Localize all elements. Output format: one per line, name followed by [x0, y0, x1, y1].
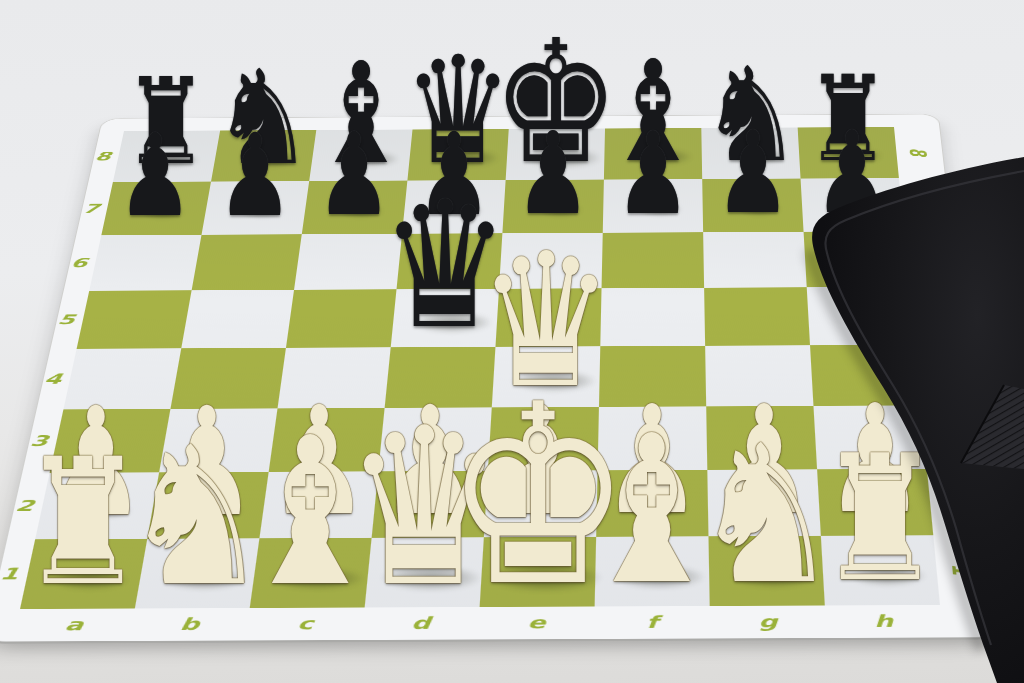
chess-bag — [0, 0, 1024, 683]
chess-set-photo: abcdefgh8765432187654321 ♜♞♝♛♚♝♞♜♟♟♟♟♟♟♟… — [0, 0, 1024, 683]
